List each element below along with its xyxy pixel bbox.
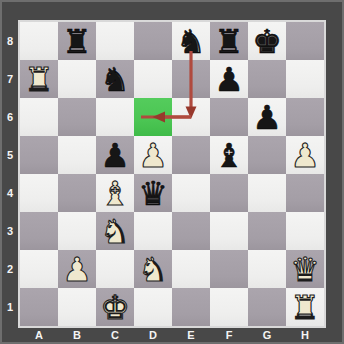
square-d1[interactable] — [134, 288, 172, 326]
square-h8[interactable] — [286, 22, 324, 60]
white-queen-h2: ♛ — [290, 251, 320, 289]
square-c5[interactable]: ♟ — [96, 136, 134, 174]
square-d8[interactable] — [134, 22, 172, 60]
white-pawn-h5: ♟ — [290, 137, 320, 175]
square-g5[interactable] — [248, 136, 286, 174]
square-g1[interactable] — [248, 288, 286, 326]
square-g2[interactable] — [248, 250, 286, 288]
rank-label-3: 3 — [2, 212, 18, 250]
square-d7[interactable] — [134, 60, 172, 98]
square-d5[interactable]: ♟ — [134, 136, 172, 174]
black-queen-d4: ♛ — [138, 175, 168, 213]
square-d6[interactable] — [134, 98, 172, 136]
square-f6[interactable] — [210, 98, 248, 136]
square-f4[interactable] — [210, 174, 248, 212]
file-label-C: C — [96, 327, 134, 344]
file-label-G: G — [248, 327, 286, 344]
rank-label-1: 1 — [2, 288, 18, 326]
file-label-F: F — [210, 327, 248, 344]
square-c2[interactable] — [96, 250, 134, 288]
square-h2[interactable]: ♛ — [286, 250, 324, 288]
square-a8[interactable] — [20, 22, 58, 60]
square-e4[interactable] — [172, 174, 210, 212]
black-bishop-f5: ♝ — [214, 137, 244, 175]
rank-label-8: 8 — [2, 22, 18, 60]
rank-label-7: 7 — [2, 60, 18, 98]
chess-board: ♜♞♜♚♜♞♟♟♟♟♝♟♝♛♞♟♞♛♚♜ — [18, 20, 326, 328]
white-knight-c3: ♞ — [100, 213, 130, 251]
file-label-E: E — [172, 327, 210, 344]
square-f3[interactable] — [210, 212, 248, 250]
square-b3[interactable] — [58, 212, 96, 250]
square-e6[interactable] — [172, 98, 210, 136]
square-e1[interactable] — [172, 288, 210, 326]
white-bishop-c4: ♝ — [100, 175, 130, 213]
rank-label-6: 6 — [2, 98, 18, 136]
square-h5[interactable]: ♟ — [286, 136, 324, 174]
square-b6[interactable] — [58, 98, 96, 136]
white-rook-h1: ♜ — [290, 289, 320, 327]
square-b1[interactable] — [58, 288, 96, 326]
black-knight-e8: ♞ — [176, 23, 206, 61]
rank-label-4: 4 — [2, 174, 18, 212]
white-king-c1: ♚ — [100, 289, 130, 327]
square-h4[interactable] — [286, 174, 324, 212]
square-a4[interactable] — [20, 174, 58, 212]
square-e5[interactable] — [172, 136, 210, 174]
square-a6[interactable] — [20, 98, 58, 136]
rank-labels: 87654321 — [2, 22, 18, 326]
square-h7[interactable] — [286, 60, 324, 98]
square-b4[interactable] — [58, 174, 96, 212]
black-rook-b8: ♜ — [62, 23, 92, 61]
black-pawn-c5: ♟ — [100, 137, 130, 175]
square-f1[interactable] — [210, 288, 248, 326]
square-c4[interactable]: ♝ — [96, 174, 134, 212]
square-h1[interactable]: ♜ — [286, 288, 324, 326]
file-label-H: H — [286, 327, 324, 344]
square-a7[interactable]: ♜ — [20, 60, 58, 98]
square-e3[interactable] — [172, 212, 210, 250]
black-knight-c7: ♞ — [100, 61, 130, 99]
square-g8[interactable]: ♚ — [248, 22, 286, 60]
square-f7[interactable]: ♟ — [210, 60, 248, 98]
white-pawn-b2: ♟ — [62, 251, 92, 289]
file-label-A: A — [20, 327, 58, 344]
square-c8[interactable] — [96, 22, 134, 60]
file-label-D: D — [134, 327, 172, 344]
black-pawn-f7: ♟ — [214, 61, 244, 99]
square-f5[interactable]: ♝ — [210, 136, 248, 174]
black-rook-f8: ♜ — [214, 23, 244, 61]
square-g6[interactable]: ♟ — [248, 98, 286, 136]
square-c3[interactable]: ♞ — [96, 212, 134, 250]
square-b2[interactable]: ♟ — [58, 250, 96, 288]
square-e8[interactable]: ♞ — [172, 22, 210, 60]
square-g7[interactable] — [248, 60, 286, 98]
square-e2[interactable] — [172, 250, 210, 288]
file-label-B: B — [58, 327, 96, 344]
square-h3[interactable] — [286, 212, 324, 250]
square-a5[interactable] — [20, 136, 58, 174]
black-king-g8: ♚ — [252, 23, 282, 61]
square-b8[interactable]: ♜ — [58, 22, 96, 60]
square-b7[interactable] — [58, 60, 96, 98]
white-knight-d2: ♞ — [138, 251, 168, 289]
square-d4[interactable]: ♛ — [134, 174, 172, 212]
black-pawn-g6: ♟ — [252, 99, 282, 137]
square-c1[interactable]: ♚ — [96, 288, 134, 326]
square-f8[interactable]: ♜ — [210, 22, 248, 60]
white-pawn-d5: ♟ — [138, 137, 168, 175]
square-a3[interactable] — [20, 212, 58, 250]
chess-board-widget: 87654321 ABCDEFGH ♜♞♜♚♜♞♟♟♟♟♝♟♝♛♞♟♞♛♚♜ — [0, 0, 344, 344]
rank-label-5: 5 — [2, 136, 18, 174]
square-c7[interactable]: ♞ — [96, 60, 134, 98]
square-h6[interactable] — [286, 98, 324, 136]
file-labels: ABCDEFGH — [20, 327, 324, 344]
square-e7[interactable] — [172, 60, 210, 98]
square-d2[interactable]: ♞ — [134, 250, 172, 288]
white-rook-a7: ♜ — [24, 61, 54, 99]
square-d3[interactable] — [134, 212, 172, 250]
square-g4[interactable] — [248, 174, 286, 212]
square-c6[interactable] — [96, 98, 134, 136]
square-a2[interactable] — [20, 250, 58, 288]
square-g3[interactable] — [248, 212, 286, 250]
square-f2[interactable] — [210, 250, 248, 288]
square-b5[interactable] — [58, 136, 96, 174]
rank-label-2: 2 — [2, 250, 18, 288]
square-a1[interactable] — [20, 288, 58, 326]
